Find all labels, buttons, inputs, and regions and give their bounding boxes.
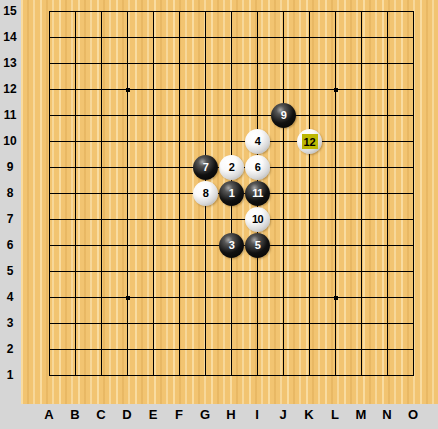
stone-black-i8-move-11: 11 xyxy=(245,181,270,206)
move-number: 3 xyxy=(229,240,235,251)
row-label-11: 11 xyxy=(0,108,20,122)
row-label-12: 12 xyxy=(0,82,20,96)
row-label-10: 10 xyxy=(0,134,20,148)
star-point-d12 xyxy=(126,88,130,92)
move-number: 8 xyxy=(203,188,209,199)
stone-white-i7-move-10: 10 xyxy=(245,207,270,232)
stone-black-j11-move-9: 9 xyxy=(271,103,296,128)
stone-black-h8-move-1: 1 xyxy=(219,181,244,206)
row-label-9: 9 xyxy=(0,160,20,174)
last-move-marker: 12 xyxy=(302,134,318,149)
column-label-d: D xyxy=(117,407,137,423)
column-label-a: A xyxy=(39,407,59,423)
row-label-3: 3 xyxy=(0,316,20,330)
row-label-2: 2 xyxy=(0,342,20,356)
row-label-5: 5 xyxy=(0,264,20,278)
column-label-g: G xyxy=(195,407,215,423)
column-label-c: C xyxy=(91,407,111,423)
star-point-l4 xyxy=(334,296,338,300)
column-label-i: I xyxy=(247,407,267,423)
column-label-j: J xyxy=(273,407,293,423)
row-label-7: 7 xyxy=(0,212,20,226)
move-number: 2 xyxy=(229,162,235,173)
move-number: 11 xyxy=(252,188,263,199)
column-label-o: O xyxy=(403,407,423,423)
stone-white-i9-move-6: 6 xyxy=(245,155,270,180)
star-point-d4 xyxy=(126,296,130,300)
row-label-6: 6 xyxy=(0,238,20,252)
stone-black-g9-move-7: 7 xyxy=(193,155,218,180)
move-number: 5 xyxy=(255,240,261,251)
move-number: 6 xyxy=(255,162,261,173)
column-label-f: F xyxy=(169,407,189,423)
go-board-diagram: 151413121110987654321 ABCDEFGHIJKLMNO 12… xyxy=(0,0,438,429)
row-label-13: 13 xyxy=(0,56,20,70)
stone-white-h9-move-2: 2 xyxy=(219,155,244,180)
column-label-l: L xyxy=(325,407,345,423)
column-label-h: H xyxy=(221,407,241,423)
row-label-15: 15 xyxy=(0,4,20,18)
column-label-e: E xyxy=(143,407,163,423)
star-point-l12 xyxy=(334,88,338,92)
column-label-b: B xyxy=(65,407,85,423)
move-number: 10 xyxy=(252,214,263,225)
stone-black-i6-move-5: 5 xyxy=(245,233,270,258)
row-label-8: 8 xyxy=(0,186,20,200)
move-number: 1 xyxy=(229,188,235,199)
move-number: 9 xyxy=(281,110,287,121)
stone-white-k10-move-12: 12 xyxy=(297,129,322,154)
column-label-m: M xyxy=(351,407,371,423)
move-number: 7 xyxy=(203,162,209,173)
move-number: 4 xyxy=(255,136,261,147)
stone-white-i10-move-4: 4 xyxy=(245,129,270,154)
column-label-k: K xyxy=(299,407,319,423)
row-label-1: 1 xyxy=(0,368,20,382)
row-label-14: 14 xyxy=(0,30,20,44)
stone-white-g8-move-8: 8 xyxy=(193,181,218,206)
column-label-n: N xyxy=(377,407,397,423)
stone-black-h6-move-3: 3 xyxy=(219,233,244,258)
row-label-4: 4 xyxy=(0,290,20,304)
